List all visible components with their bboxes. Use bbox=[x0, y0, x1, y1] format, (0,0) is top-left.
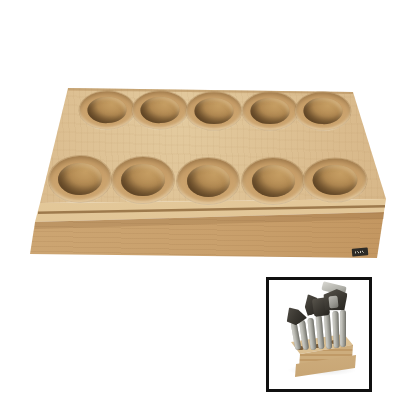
pit-r0-c2 bbox=[187, 92, 242, 130]
pit-r1-c2 bbox=[177, 158, 239, 204]
product-photo bbox=[0, 0, 401, 401]
pit-hole bbox=[140, 96, 179, 123]
brand-sticker bbox=[352, 247, 369, 256]
pit-hole bbox=[304, 97, 343, 124]
pit-hole bbox=[313, 165, 358, 196]
pliers-handle bbox=[324, 313, 332, 349]
pit-hole bbox=[187, 165, 230, 197]
pit-grid bbox=[49, 88, 368, 212]
pit-r1-c0 bbox=[48, 155, 112, 203]
pit-hole bbox=[251, 98, 290, 124]
pliers-handle bbox=[332, 311, 339, 348]
pit-r0-c0 bbox=[79, 91, 135, 130]
pit-r0-c3 bbox=[243, 92, 298, 130]
pit-hole bbox=[121, 164, 165, 197]
pit-r1-c4 bbox=[303, 158, 367, 202]
pit-hole bbox=[252, 165, 295, 197]
pit-hole bbox=[195, 98, 234, 124]
pliers-handle bbox=[340, 310, 346, 347]
pit-r1-c1 bbox=[111, 156, 174, 203]
pit-r0-c1 bbox=[132, 91, 188, 130]
inset-photo bbox=[266, 277, 372, 392]
pit-r1-c3 bbox=[242, 158, 304, 204]
pit-hole bbox=[58, 162, 102, 196]
pit-r0-c4 bbox=[295, 92, 351, 131]
pliers-head-highlight bbox=[328, 296, 338, 309]
pit-hole bbox=[87, 96, 126, 123]
